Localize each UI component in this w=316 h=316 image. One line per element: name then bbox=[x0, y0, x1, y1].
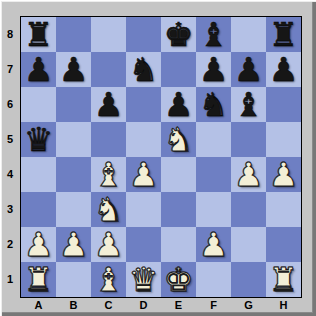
square-a1[interactable]: ♜ bbox=[21, 262, 56, 297]
white-queen-d1[interactable]: ♛ bbox=[126, 262, 161, 297]
file-label-a: A bbox=[21, 298, 56, 312]
rank-label-8: 8 bbox=[0, 17, 20, 52]
square-d6[interactable] bbox=[126, 87, 161, 122]
white-pawn-g4[interactable]: ♟ bbox=[231, 157, 266, 192]
square-f2[interactable]: ♟ bbox=[196, 227, 231, 262]
black-knight-f6[interactable]: ♞ bbox=[196, 87, 231, 122]
square-f7[interactable]: ♟ bbox=[196, 52, 231, 87]
square-h5[interactable] bbox=[266, 122, 301, 157]
file-label-e: E bbox=[161, 298, 196, 312]
white-pawn-b2[interactable]: ♟ bbox=[56, 227, 91, 262]
square-d3[interactable] bbox=[126, 192, 161, 227]
white-king-e1[interactable]: ♚ bbox=[161, 262, 196, 297]
file-labels: ABCDEFGH bbox=[21, 298, 301, 312]
square-f8[interactable]: ♝ bbox=[196, 17, 231, 52]
square-h3[interactable] bbox=[266, 192, 301, 227]
square-b2[interactable]: ♟ bbox=[56, 227, 91, 262]
file-label-d: D bbox=[126, 298, 161, 312]
square-g2[interactable] bbox=[231, 227, 266, 262]
white-rook-h1[interactable]: ♜ bbox=[266, 262, 301, 297]
square-a5[interactable]: ♛ bbox=[21, 122, 56, 157]
square-b3[interactable] bbox=[56, 192, 91, 227]
square-h6[interactable] bbox=[266, 87, 301, 122]
white-pawn-h4[interactable]: ♟ bbox=[266, 157, 301, 192]
black-bishop-g6[interactable]: ♝ bbox=[231, 87, 266, 122]
square-h4[interactable]: ♟ bbox=[266, 157, 301, 192]
white-knight-e5[interactable]: ♞ bbox=[161, 122, 196, 157]
white-pawn-c2[interactable]: ♟ bbox=[91, 227, 126, 262]
square-d8[interactable] bbox=[126, 17, 161, 52]
black-rook-a8[interactable]: ♜ bbox=[21, 17, 56, 52]
square-f1[interactable] bbox=[196, 262, 231, 297]
square-c5[interactable] bbox=[91, 122, 126, 157]
black-rook-h8[interactable]: ♜ bbox=[266, 17, 301, 52]
square-b8[interactable] bbox=[56, 17, 91, 52]
file-label-h: H bbox=[266, 298, 301, 312]
black-pawn-b7[interactable]: ♟ bbox=[56, 52, 91, 87]
file-label-c: C bbox=[91, 298, 126, 312]
square-a7[interactable]: ♟ bbox=[21, 52, 56, 87]
square-d4[interactable]: ♟ bbox=[126, 157, 161, 192]
square-g8[interactable] bbox=[231, 17, 266, 52]
square-f3[interactable] bbox=[196, 192, 231, 227]
rank-label-4: 4 bbox=[0, 157, 20, 192]
square-e7[interactable] bbox=[161, 52, 196, 87]
white-bishop-c4[interactable]: ♝ bbox=[91, 157, 126, 192]
square-h1[interactable]: ♜ bbox=[266, 262, 301, 297]
square-a2[interactable]: ♟ bbox=[21, 227, 56, 262]
file-label-g: G bbox=[231, 298, 266, 312]
square-f5[interactable] bbox=[196, 122, 231, 157]
white-pawn-d4[interactable]: ♟ bbox=[126, 157, 161, 192]
file-label-b: B bbox=[56, 298, 91, 312]
rank-label-1: 1 bbox=[0, 262, 20, 297]
square-a8[interactable]: ♜ bbox=[21, 17, 56, 52]
square-c8[interactable] bbox=[91, 17, 126, 52]
square-e8[interactable]: ♚ bbox=[161, 17, 196, 52]
square-d7[interactable]: ♞ bbox=[126, 52, 161, 87]
rank-label-3: 3 bbox=[0, 192, 20, 227]
square-d1[interactable]: ♛ bbox=[126, 262, 161, 297]
square-e2[interactable] bbox=[161, 227, 196, 262]
rank-label-7: 7 bbox=[0, 52, 20, 87]
black-pawn-e6[interactable]: ♟ bbox=[161, 87, 196, 122]
square-e5[interactable]: ♞ bbox=[161, 122, 196, 157]
square-f4[interactable] bbox=[196, 157, 231, 192]
square-e4[interactable] bbox=[161, 157, 196, 192]
black-pawn-a7[interactable]: ♟ bbox=[21, 52, 56, 87]
white-bishop-c1[interactable]: ♝ bbox=[91, 262, 126, 297]
square-f6[interactable]: ♞ bbox=[196, 87, 231, 122]
square-e6[interactable]: ♟ bbox=[161, 87, 196, 122]
white-pawn-f2[interactable]: ♟ bbox=[196, 227, 231, 262]
square-c3[interactable]: ♞ bbox=[91, 192, 126, 227]
square-d2[interactable] bbox=[126, 227, 161, 262]
rank-label-2: 2 bbox=[0, 227, 20, 262]
board-border: ♜♚♝♜♟♟♞♟♟♟♟♟♞♝♛♞♝♟♟♟♞♟♟♟♟♜♝♛♚♜ bbox=[20, 16, 302, 298]
square-a6[interactable] bbox=[21, 87, 56, 122]
black-knight-d7[interactable]: ♞ bbox=[126, 52, 161, 87]
square-b4[interactable] bbox=[56, 157, 91, 192]
square-d5[interactable] bbox=[126, 122, 161, 157]
square-h2[interactable] bbox=[266, 227, 301, 262]
chess-diagram-panel: 87654321 ♜♚♝♜♟♟♞♟♟♟♟♟♞♝♛♞♝♟♟♟♞♟♟♟♟♜♝♛♚♜ … bbox=[0, 0, 316, 316]
square-g7[interactable]: ♟ bbox=[231, 52, 266, 87]
square-g5[interactable] bbox=[231, 122, 266, 157]
square-c1[interactable]: ♝ bbox=[91, 262, 126, 297]
black-pawn-f7[interactable]: ♟ bbox=[196, 52, 231, 87]
black-pawn-c6[interactable]: ♟ bbox=[91, 87, 126, 122]
black-king-e8[interactable]: ♚ bbox=[161, 17, 196, 52]
square-e1[interactable]: ♚ bbox=[161, 262, 196, 297]
file-label-f: F bbox=[196, 298, 231, 312]
black-queen-a5[interactable]: ♛ bbox=[21, 122, 56, 157]
black-pawn-h7[interactable]: ♟ bbox=[266, 52, 301, 87]
square-c4[interactable]: ♝ bbox=[91, 157, 126, 192]
square-b6[interactable] bbox=[56, 87, 91, 122]
white-pawn-a2[interactable]: ♟ bbox=[21, 227, 56, 262]
square-c6[interactable]: ♟ bbox=[91, 87, 126, 122]
square-b5[interactable] bbox=[56, 122, 91, 157]
white-rook-a1[interactable]: ♜ bbox=[21, 262, 56, 297]
square-a4[interactable] bbox=[21, 157, 56, 192]
square-g1[interactable] bbox=[231, 262, 266, 297]
rank-label-6: 6 bbox=[0, 87, 20, 122]
square-h8[interactable]: ♜ bbox=[266, 17, 301, 52]
square-e3[interactable] bbox=[161, 192, 196, 227]
square-h7[interactable]: ♟ bbox=[266, 52, 301, 87]
chess-board: ♜♚♝♜♟♟♞♟♟♟♟♟♞♝♛♞♝♟♟♟♞♟♟♟♟♜♝♛♚♜ bbox=[21, 17, 301, 297]
square-g4[interactable]: ♟ bbox=[231, 157, 266, 192]
square-b7[interactable]: ♟ bbox=[56, 52, 91, 87]
square-c7[interactable] bbox=[91, 52, 126, 87]
white-knight-c3[interactable]: ♞ bbox=[91, 192, 126, 227]
rank-labels: 87654321 bbox=[0, 17, 20, 297]
square-b1[interactable] bbox=[56, 262, 91, 297]
rank-label-5: 5 bbox=[0, 122, 20, 157]
square-a3[interactable] bbox=[21, 192, 56, 227]
square-c2[interactable]: ♟ bbox=[91, 227, 126, 262]
black-pawn-g7[interactable]: ♟ bbox=[231, 52, 266, 87]
square-g6[interactable]: ♝ bbox=[231, 87, 266, 122]
square-g3[interactable] bbox=[231, 192, 266, 227]
black-bishop-f8[interactable]: ♝ bbox=[196, 17, 231, 52]
